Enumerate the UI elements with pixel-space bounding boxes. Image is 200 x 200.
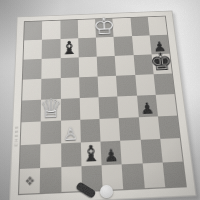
square-c2 bbox=[61, 142, 82, 167]
square-d5 bbox=[79, 77, 99, 99]
square-c7: ♝ bbox=[60, 38, 78, 58]
square-f4 bbox=[118, 96, 139, 118]
square-h7: ♟ bbox=[149, 35, 169, 55]
square-g3 bbox=[138, 116, 160, 139]
square-b1 bbox=[40, 167, 61, 193]
black-bishop: ♝ bbox=[81, 143, 101, 167]
square-f1 bbox=[122, 163, 144, 189]
square-a5 bbox=[22, 79, 41, 101]
square-b3 bbox=[41, 121, 61, 145]
black-pawn: ♟ bbox=[152, 40, 167, 54]
square-h3 bbox=[158, 116, 180, 139]
square-f3 bbox=[119, 117, 140, 140]
square-f8 bbox=[113, 18, 132, 37]
square-c8 bbox=[60, 20, 78, 39]
white-queen: ♕ bbox=[39, 95, 63, 122]
square-f2 bbox=[120, 140, 142, 165]
square-c3: ♙ bbox=[61, 120, 81, 144]
square-b4: ♕ bbox=[41, 99, 61, 122]
square-g2 bbox=[140, 139, 162, 163]
square-d6 bbox=[78, 57, 97, 78]
square-e5 bbox=[98, 76, 118, 98]
square-d2: ♝ bbox=[81, 142, 102, 167]
compass-rose-emblem: ❖ bbox=[19, 168, 40, 194]
square-c6 bbox=[60, 57, 79, 78]
square-f6 bbox=[115, 55, 135, 76]
square-d7 bbox=[78, 38, 97, 58]
square-c5 bbox=[60, 77, 79, 99]
square-e6 bbox=[97, 56, 116, 77]
square-b8 bbox=[42, 21, 60, 40]
black-pawn: ♟ bbox=[139, 101, 155, 117]
square-e8: ♔ bbox=[95, 19, 114, 38]
square-b5 bbox=[41, 78, 60, 100]
square-c4 bbox=[60, 98, 80, 121]
square-g6 bbox=[133, 54, 153, 75]
square-h5 bbox=[153, 73, 174, 94]
square-b6 bbox=[42, 58, 61, 79]
square-e4 bbox=[99, 96, 119, 118]
square-b7 bbox=[42, 39, 60, 59]
square-a2 bbox=[20, 144, 41, 169]
black-pawn: ♟ bbox=[103, 147, 119, 165]
square-e2: ♟ bbox=[101, 141, 122, 166]
square-h1 bbox=[162, 162, 185, 188]
square-d8 bbox=[78, 19, 96, 38]
square-a1: ❖ bbox=[19, 168, 40, 194]
square-b2 bbox=[40, 143, 60, 168]
square-g4: ♟ bbox=[137, 95, 158, 117]
photo-background: CHESS ♔♝♟♚♕♟♙♝♟❖ bbox=[0, 0, 200, 200]
offboard-white-piece bbox=[100, 185, 113, 198]
white-pawn: ♙ bbox=[63, 126, 78, 143]
square-g1 bbox=[142, 163, 165, 189]
square-a8 bbox=[24, 21, 42, 40]
square-e3 bbox=[100, 118, 121, 141]
square-g7 bbox=[132, 35, 152, 55]
square-d3 bbox=[80, 119, 100, 143]
square-h6: ♚ bbox=[151, 54, 172, 75]
board-frame: CHESS ♔♝♟♚♕♟♙♝♟❖ bbox=[9, 11, 197, 200]
square-g5 bbox=[135, 74, 156, 95]
chess-board-grid: ♔♝♟♚♕♟♙♝♟❖ bbox=[19, 16, 186, 193]
black-bishop: ♝ bbox=[60, 39, 78, 58]
square-e7 bbox=[96, 37, 115, 57]
square-d4 bbox=[79, 97, 99, 120]
square-h8 bbox=[148, 16, 168, 35]
square-h4 bbox=[155, 94, 177, 116]
square-f5 bbox=[116, 75, 136, 96]
square-a6 bbox=[23, 59, 42, 80]
square-h2 bbox=[160, 138, 183, 162]
square-a4 bbox=[21, 100, 41, 123]
chess-board: CHESS ♔♝♟♚♕♟♙♝♟❖ bbox=[9, 11, 197, 200]
square-g8 bbox=[130, 17, 149, 36]
square-a3 bbox=[21, 121, 41, 145]
square-f7 bbox=[114, 36, 133, 56]
square-a7 bbox=[24, 40, 43, 60]
